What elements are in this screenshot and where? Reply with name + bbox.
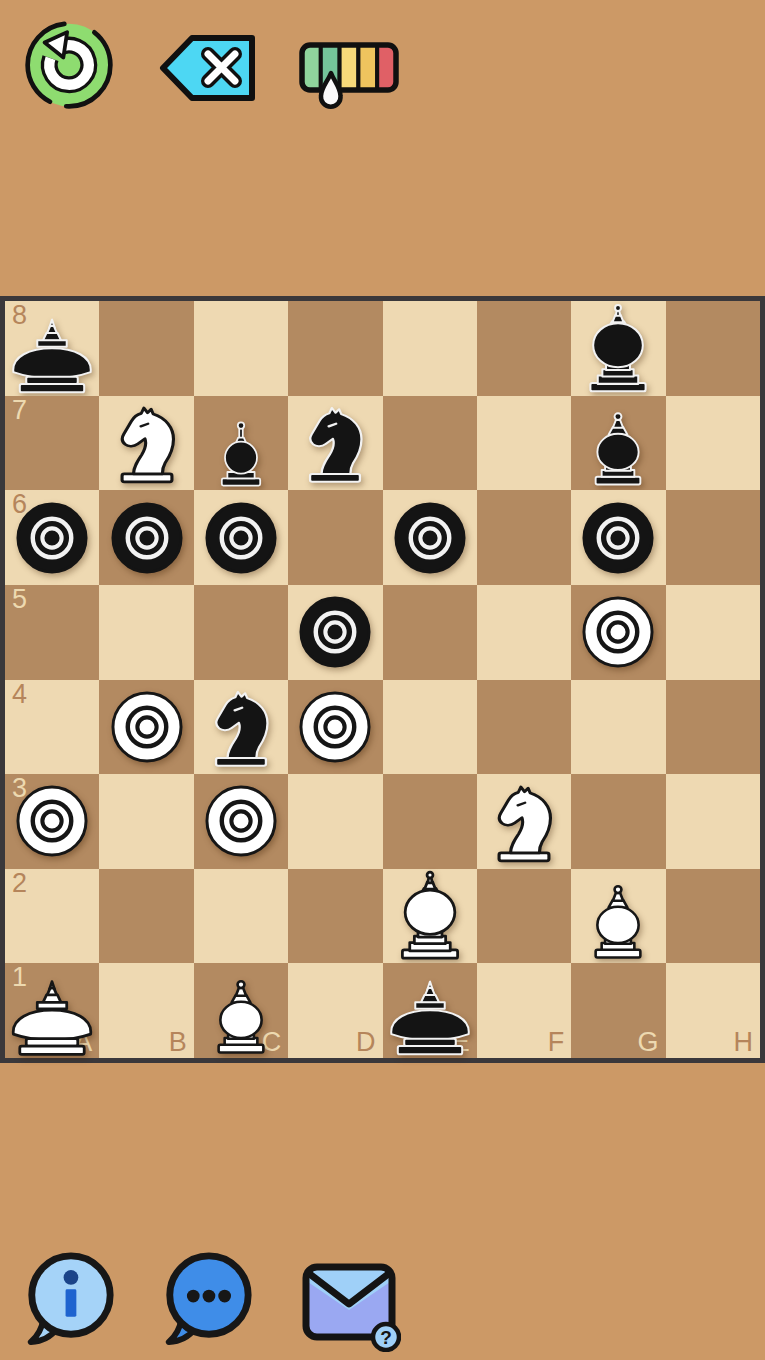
square-h5[interactable] <box>666 585 760 680</box>
square-e6[interactable] <box>383 490 477 585</box>
piece-black-bia[interactable] <box>110 501 184 575</box>
piece-white-ma[interactable] <box>103 400 191 488</box>
page: 8 7 <box>0 0 765 1360</box>
rank-label-2: 2 <box>12 870 27 897</box>
board: 8 7 <box>0 296 765 1063</box>
square-d8[interactable] <box>288 301 382 396</box>
file-label-D: D <box>356 1029 376 1056</box>
piece-white-bia[interactable] <box>110 690 184 764</box>
piece-black-ma[interactable] <box>291 400 379 488</box>
rank-label-4: 4 <box>12 681 27 708</box>
piece-white-ma[interactable] <box>480 779 568 867</box>
square-b6[interactable] <box>99 490 193 585</box>
square-b8[interactable] <box>99 301 193 396</box>
piece-black-ma[interactable] <box>197 684 285 772</box>
square-f8[interactable] <box>477 301 571 396</box>
square-f2[interactable] <box>477 869 571 964</box>
square-c8[interactable] <box>194 301 288 396</box>
restart-icon <box>22 18 116 112</box>
piece-black-khun[interactable] <box>572 302 664 394</box>
square-a1[interactable]: 1A <box>5 963 99 1058</box>
mail-question-icon: ? <box>299 1256 401 1352</box>
piece-white-khon[interactable] <box>575 875 661 961</box>
square-h4[interactable] <box>666 680 760 775</box>
square-g6[interactable] <box>571 490 665 585</box>
square-b7[interactable] <box>99 396 193 491</box>
square-b5[interactable] <box>99 585 193 680</box>
square-g5[interactable] <box>571 585 665 680</box>
mail-help-button[interactable]: ? <box>299 1256 401 1352</box>
square-g8[interactable] <box>571 301 665 396</box>
file-label-H: H <box>734 1029 754 1056</box>
square-e2[interactable] <box>383 869 477 964</box>
square-d7[interactable] <box>288 396 382 491</box>
color-scale-droplet-icon <box>297 40 403 112</box>
square-g7[interactable] <box>571 396 665 491</box>
square-e7[interactable] <box>383 396 477 491</box>
square-b3[interactable] <box>99 774 193 869</box>
square-g4[interactable] <box>571 680 665 775</box>
piece-black-bia[interactable] <box>581 501 655 575</box>
hint-scale-button[interactable] <box>297 40 403 112</box>
piece-black-bia[interactable] <box>15 501 89 575</box>
square-a3[interactable]: 3 <box>5 774 99 869</box>
square-c6[interactable] <box>194 490 288 585</box>
piece-white-bia[interactable] <box>204 784 278 858</box>
square-e4[interactable] <box>383 680 477 775</box>
restart-button[interactable] <box>22 18 116 112</box>
square-f3[interactable] <box>477 774 571 869</box>
file-label-B: B <box>169 1029 187 1056</box>
square-f7[interactable] <box>477 396 571 491</box>
square-c1[interactable]: C <box>194 963 288 1058</box>
square-h8[interactable] <box>666 301 760 396</box>
rank-label-7: 7 <box>12 397 27 424</box>
square-c4[interactable] <box>194 680 288 775</box>
square-a2[interactable]: 2 <box>5 869 99 964</box>
rank-label-5: 5 <box>12 586 27 613</box>
square-d3[interactable] <box>288 774 382 869</box>
square-c3[interactable] <box>194 774 288 869</box>
square-c5[interactable] <box>194 585 288 680</box>
square-b1[interactable]: B <box>99 963 193 1058</box>
square-d1[interactable]: D <box>288 963 382 1058</box>
piece-black-rua[interactable] <box>384 966 476 1058</box>
back-button[interactable] <box>159 34 259 102</box>
square-f1[interactable]: F <box>477 963 571 1058</box>
square-d6[interactable] <box>288 490 382 585</box>
square-d5[interactable] <box>288 585 382 680</box>
square-h7[interactable] <box>666 396 760 491</box>
piece-white-bia[interactable] <box>15 784 89 858</box>
square-e3[interactable] <box>383 774 477 869</box>
piece-black-rua[interactable] <box>6 304 98 396</box>
piece-white-bia[interactable] <box>581 595 655 669</box>
piece-black-bia[interactable] <box>393 501 467 575</box>
square-h3[interactable] <box>666 774 760 869</box>
square-h1[interactable]: H <box>666 963 760 1058</box>
piece-white-bia[interactable] <box>298 690 372 764</box>
square-f6[interactable] <box>477 490 571 585</box>
piece-black-met[interactable] <box>201 408 281 488</box>
square-f5[interactable] <box>477 585 571 680</box>
square-e1[interactable]: E <box>383 963 477 1058</box>
piece-black-bia[interactable] <box>204 501 278 575</box>
chat-button[interactable] <box>158 1250 256 1348</box>
square-b4[interactable] <box>99 680 193 775</box>
mail-badge-text: ? <box>380 1327 392 1348</box>
chat-dots-icon <box>158 1250 256 1348</box>
square-g3[interactable] <box>571 774 665 869</box>
piece-black-bia[interactable] <box>298 595 372 669</box>
square-c7[interactable] <box>194 396 288 491</box>
back-close-icon <box>159 34 259 102</box>
piece-white-khon[interactable] <box>198 970 284 1056</box>
square-a4[interactable]: 4 <box>5 680 99 775</box>
square-e8[interactable] <box>383 301 477 396</box>
square-b2[interactable] <box>99 869 193 964</box>
square-h2[interactable] <box>666 869 760 964</box>
square-c2[interactable] <box>194 869 288 964</box>
square-d4[interactable] <box>288 680 382 775</box>
square-a8[interactable]: 8 <box>5 301 99 396</box>
square-h6[interactable] <box>666 490 760 585</box>
piece-white-rua[interactable] <box>6 966 98 1058</box>
info-button[interactable] <box>20 1250 118 1348</box>
square-a7[interactable]: 7 <box>5 396 99 491</box>
file-label-G: G <box>638 1029 659 1056</box>
square-g2[interactable] <box>571 869 665 964</box>
piece-black-khon[interactable] <box>575 402 661 488</box>
square-a6[interactable]: 6 <box>5 490 99 585</box>
piece-white-khun[interactable] <box>384 869 476 961</box>
square-g1[interactable]: G <box>571 963 665 1058</box>
square-f4[interactable] <box>477 680 571 775</box>
file-label-F: F <box>548 1029 565 1056</box>
info-bubble-icon <box>20 1250 118 1348</box>
square-d2[interactable] <box>288 869 382 964</box>
square-a5[interactable]: 5 <box>5 585 99 680</box>
square-e5[interactable] <box>383 585 477 680</box>
